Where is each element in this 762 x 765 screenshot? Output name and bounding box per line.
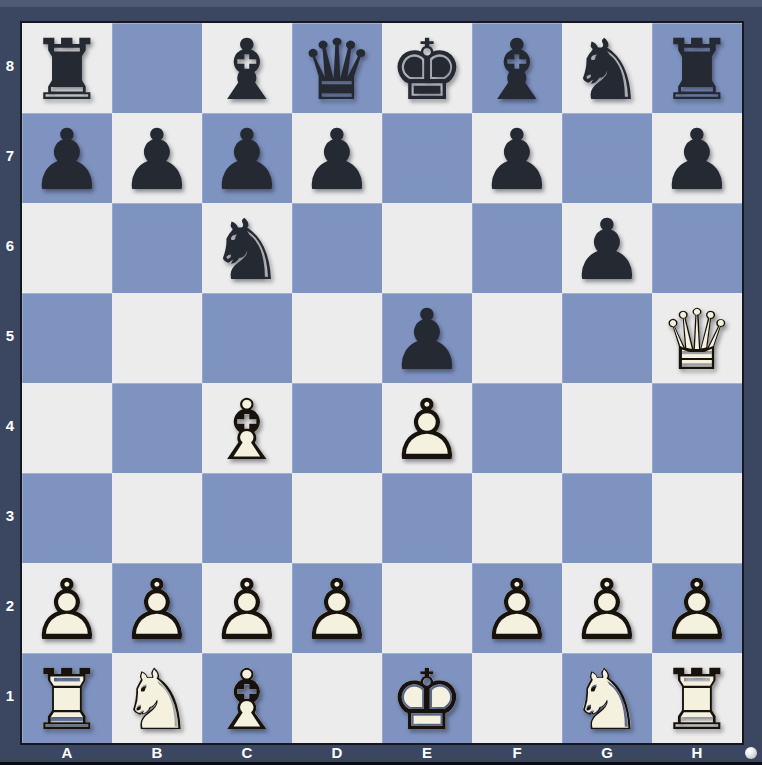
square-g4[interactable] <box>562 383 652 473</box>
square-c2[interactable]: ♟♙ <box>202 563 292 653</box>
piece-glyph: ♟ <box>112 113 202 203</box>
square-d8[interactable]: ♛ <box>292 23 382 113</box>
piece-outline-glyph: ♙ <box>562 563 652 653</box>
black-rook: ♜ <box>22 23 112 113</box>
square-f1[interactable] <box>472 653 562 743</box>
square-a5[interactable] <box>22 293 112 383</box>
square-e3[interactable] <box>382 473 472 563</box>
white-pawn: ♟♙ <box>22 563 112 653</box>
square-d6[interactable] <box>292 203 382 293</box>
file-label-d: D <box>292 744 382 762</box>
piece-glyph: ♟ <box>472 113 562 203</box>
square-c8[interactable]: ♝ <box>202 23 292 113</box>
rank-label-8: 8 <box>0 21 20 111</box>
square-a1[interactable]: ♜♖ <box>22 653 112 743</box>
square-d5[interactable] <box>292 293 382 383</box>
square-c1[interactable]: ♝♗ <box>202 653 292 743</box>
white-pawn: ♟♙ <box>472 563 562 653</box>
square-g5[interactable] <box>562 293 652 383</box>
square-f5[interactable] <box>472 293 562 383</box>
square-e7[interactable] <box>382 113 472 203</box>
square-b8[interactable] <box>112 23 202 113</box>
square-a3[interactable] <box>22 473 112 563</box>
square-a8[interactable]: ♜ <box>22 23 112 113</box>
square-h7[interactable]: ♟ <box>652 113 742 203</box>
square-d4[interactable] <box>292 383 382 473</box>
square-c3[interactable] <box>202 473 292 563</box>
piece-glyph: ♟ <box>562 203 652 293</box>
piece-outline-glyph: ♔ <box>382 653 472 743</box>
rank-label-5: 5 <box>0 291 20 381</box>
square-b5[interactable] <box>112 293 202 383</box>
black-pawn: ♟ <box>472 113 562 203</box>
rank-label-1: 1 <box>0 651 20 741</box>
black-pawn: ♟ <box>292 113 382 203</box>
white-knight: ♞♘ <box>112 653 202 743</box>
white-pawn: ♟♙ <box>382 383 472 473</box>
rank-label-7: 7 <box>0 111 20 201</box>
piece-outline-glyph: ♖ <box>652 653 742 743</box>
white-rook: ♜♖ <box>22 653 112 743</box>
piece-glyph: ♝ <box>472 23 562 113</box>
piece-glyph: ♞ <box>202 203 292 293</box>
piece-glyph: ♜ <box>22 23 112 113</box>
file-label-c: C <box>202 744 292 762</box>
square-e6[interactable] <box>382 203 472 293</box>
square-g7[interactable] <box>562 113 652 203</box>
piece-glyph: ♟ <box>22 113 112 203</box>
white-bishop: ♝♗ <box>202 653 292 743</box>
black-pawn: ♟ <box>22 113 112 203</box>
square-b6[interactable] <box>112 203 202 293</box>
square-f6[interactable] <box>472 203 562 293</box>
square-e2[interactable] <box>382 563 472 653</box>
piece-outline-glyph: ♙ <box>382 383 472 473</box>
piece-glyph: ♟ <box>652 113 742 203</box>
square-h5[interactable]: ♛♕ <box>652 293 742 383</box>
piece-outline-glyph: ♗ <box>202 653 292 743</box>
square-h3[interactable] <box>652 473 742 563</box>
black-bishop: ♝ <box>472 23 562 113</box>
white-pawn: ♟♙ <box>292 563 382 653</box>
square-a2[interactable]: ♟♙ <box>22 563 112 653</box>
square-d2[interactable]: ♟♙ <box>292 563 382 653</box>
black-knight: ♞ <box>202 203 292 293</box>
piece-glyph: ♚ <box>382 23 472 113</box>
square-b4[interactable] <box>112 383 202 473</box>
piece-glyph: ♟ <box>382 293 472 383</box>
piece-outline-glyph: ♘ <box>562 653 652 743</box>
square-g3[interactable] <box>562 473 652 563</box>
white-pawn: ♟♙ <box>202 563 292 653</box>
piece-glyph: ♟ <box>202 113 292 203</box>
piece-glyph: ♟ <box>292 113 382 203</box>
square-b1[interactable]: ♞♘ <box>112 653 202 743</box>
white-rook: ♜♖ <box>652 653 742 743</box>
black-king: ♚ <box>382 23 472 113</box>
square-f7[interactable]: ♟ <box>472 113 562 203</box>
piece-outline-glyph: ♙ <box>292 563 382 653</box>
square-g6[interactable]: ♟ <box>562 203 652 293</box>
square-d7[interactable]: ♟ <box>292 113 382 203</box>
file-label-g: G <box>562 744 652 762</box>
white-knight: ♞♘ <box>562 653 652 743</box>
piece-outline-glyph: ♙ <box>652 563 742 653</box>
file-label-h: H <box>652 744 742 762</box>
piece-outline-glyph: ♗ <box>202 383 292 473</box>
square-h4[interactable] <box>652 383 742 473</box>
side-to-move-indicator <box>745 747 757 759</box>
square-c5[interactable] <box>202 293 292 383</box>
square-b7[interactable]: ♟ <box>112 113 202 203</box>
piece-glyph: ♜ <box>652 23 742 113</box>
white-bishop: ♝♗ <box>202 383 292 473</box>
square-h2[interactable]: ♟♙ <box>652 563 742 653</box>
black-queen: ♛ <box>292 23 382 113</box>
file-label-b: B <box>112 744 202 762</box>
black-pawn: ♟ <box>562 203 652 293</box>
piece-outline-glyph: ♕ <box>652 293 742 383</box>
square-h8[interactable]: ♜ <box>652 23 742 113</box>
piece-glyph: ♝ <box>202 23 292 113</box>
square-e1[interactable]: ♚♔ <box>382 653 472 743</box>
white-pawn: ♟♙ <box>652 563 742 653</box>
square-f3[interactable] <box>472 473 562 563</box>
file-label-e: E <box>382 744 472 762</box>
file-label-f: F <box>472 744 562 762</box>
piece-glyph: ♛ <box>292 23 382 113</box>
square-f8[interactable]: ♝ <box>472 23 562 113</box>
white-king: ♚♔ <box>382 653 472 743</box>
rank-label-4: 4 <box>0 381 20 471</box>
rank-label-3: 3 <box>0 471 20 561</box>
square-c7[interactable]: ♟ <box>202 113 292 203</box>
black-pawn: ♟ <box>112 113 202 203</box>
square-c6[interactable]: ♞ <box>202 203 292 293</box>
piece-outline-glyph: ♙ <box>202 563 292 653</box>
square-a4[interactable] <box>22 383 112 473</box>
square-a7[interactable]: ♟ <box>22 113 112 203</box>
square-b2[interactable]: ♟♙ <box>112 563 202 653</box>
window-top-strip <box>0 0 762 7</box>
piece-outline-glyph: ♙ <box>472 563 562 653</box>
black-pawn: ♟ <box>652 113 742 203</box>
square-b3[interactable] <box>112 473 202 563</box>
file-label-a: A <box>22 744 112 762</box>
black-rook: ♜ <box>652 23 742 113</box>
rank-label-2: 2 <box>0 561 20 651</box>
square-c4[interactable]: ♝♗ <box>202 383 292 473</box>
square-d1[interactable] <box>292 653 382 743</box>
piece-outline-glyph: ♙ <box>112 563 202 653</box>
piece-outline-glyph: ♙ <box>22 563 112 653</box>
rank-label-6: 6 <box>0 201 20 291</box>
black-knight: ♞ <box>562 23 652 113</box>
black-pawn: ♟ <box>202 113 292 203</box>
square-e8[interactable]: ♚ <box>382 23 472 113</box>
square-f2[interactable]: ♟♙ <box>472 563 562 653</box>
piece-glyph: ♞ <box>562 23 652 113</box>
white-pawn: ♟♙ <box>562 563 652 653</box>
square-g2[interactable]: ♟♙ <box>562 563 652 653</box>
white-queen: ♛♕ <box>652 293 742 383</box>
white-pawn: ♟♙ <box>112 563 202 653</box>
square-a6[interactable] <box>22 203 112 293</box>
square-g8[interactable]: ♞ <box>562 23 652 113</box>
chess-board-window: ♜♝♛♚♝♞♜♟♟♟♟♟♟♞♟♟♛♕♝♗♟♙♟♙♟♙♟♙♟♙♟♙♟♙♟♙♜♖♞♘… <box>0 0 762 765</box>
piece-outline-glyph: ♖ <box>22 653 112 743</box>
square-e4[interactable]: ♟♙ <box>382 383 472 473</box>
black-pawn: ♟ <box>382 293 472 383</box>
square-g1[interactable]: ♞♘ <box>562 653 652 743</box>
piece-outline-glyph: ♘ <box>112 653 202 743</box>
chess-board: ♜♝♛♚♝♞♜♟♟♟♟♟♟♞♟♟♛♕♝♗♟♙♟♙♟♙♟♙♟♙♟♙♟♙♟♙♜♖♞♘… <box>20 21 744 745</box>
square-d3[interactable] <box>292 473 382 563</box>
square-e5[interactable]: ♟ <box>382 293 472 383</box>
square-h1[interactable]: ♜♖ <box>652 653 742 743</box>
square-h6[interactable] <box>652 203 742 293</box>
black-bishop: ♝ <box>202 23 292 113</box>
square-f4[interactable] <box>472 383 562 473</box>
